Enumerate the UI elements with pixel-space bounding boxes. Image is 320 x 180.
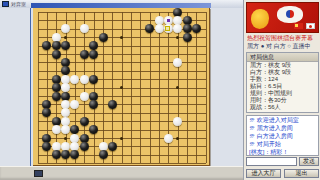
chat-message: ※ 白方进入房间 bbox=[247, 132, 318, 140]
game-info-row: 规则：中国规则 bbox=[247, 90, 318, 97]
chat-message: [棋友]：精彩！ bbox=[247, 148, 318, 156]
white-stone bbox=[61, 125, 70, 134]
game-info-row: 手数：124 bbox=[247, 76, 318, 83]
status-bar-icon[interactable] bbox=[34, 170, 43, 177]
black-stone bbox=[89, 125, 98, 134]
white-stone bbox=[173, 58, 182, 67]
black-stone bbox=[70, 150, 79, 159]
game-info-row: 用时：各30分 bbox=[247, 97, 318, 104]
game-info-row: 黑方：棋友 9段 bbox=[247, 62, 318, 69]
banner-logo-icon bbox=[286, 10, 294, 18]
grid-line-vertical bbox=[131, 12, 132, 163]
black-stone bbox=[52, 92, 61, 101]
send-button[interactable]: 发送 bbox=[299, 157, 319, 166]
white-stone bbox=[173, 24, 182, 33]
chat-area[interactable]: ※ 欢迎进入对局室※ 黑方进入房间※ 白方进入房间※ 对局开始[棋友]：精彩！ bbox=[246, 115, 319, 156]
black-stone bbox=[52, 41, 61, 50]
hoshi-point bbox=[120, 36, 123, 39]
black-stone bbox=[61, 150, 70, 159]
game-info-header: 对局信息 bbox=[247, 53, 318, 62]
hoshi-point bbox=[120, 86, 123, 89]
game-info-row: 贴目：6.5目 bbox=[247, 83, 318, 90]
white-stone bbox=[61, 24, 70, 33]
white-stone bbox=[52, 125, 61, 134]
chat-message: ※ 黑方进入房间 bbox=[247, 124, 318, 132]
white-stone bbox=[155, 24, 164, 33]
black-stone bbox=[52, 150, 61, 159]
black-stone bbox=[80, 50, 89, 59]
panel-buttons: 进入大厅退出 bbox=[246, 169, 319, 178]
black-stone bbox=[108, 142, 117, 151]
black-stone bbox=[80, 142, 89, 151]
hoshi-point bbox=[64, 137, 67, 140]
game-info-row: 观战：56人 bbox=[247, 104, 318, 111]
black-stone bbox=[70, 125, 79, 134]
notice-line-red: 热烈祝贺围棋擂台赛开幕 bbox=[247, 35, 318, 42]
black-stone bbox=[145, 24, 154, 33]
ad-banner[interactable] bbox=[246, 2, 319, 33]
panel-button[interactable]: 进入大厅 bbox=[246, 169, 281, 178]
chat-input[interactable] bbox=[246, 157, 297, 166]
grid-line-vertical bbox=[206, 12, 207, 163]
white-stone bbox=[70, 100, 79, 109]
grid-line-vertical bbox=[159, 12, 160, 163]
white-stone bbox=[61, 108, 70, 117]
black-stone bbox=[42, 41, 51, 50]
white-stone bbox=[164, 134, 173, 143]
grid-line-vertical bbox=[196, 12, 197, 163]
black-stone bbox=[52, 83, 61, 92]
black-stone bbox=[89, 41, 98, 50]
hoshi-point bbox=[176, 86, 179, 89]
hoshi-point bbox=[120, 137, 123, 140]
prev-move-marker bbox=[167, 19, 170, 22]
taskbar-label: 对弈室 bbox=[11, 1, 26, 7]
app-window: 对弈室 热烈祝贺围棋擂台赛开幕 黑方 ● 对 白方 ○ 直播中 对局信息 黑方：… bbox=[0, 0, 320, 180]
chat-message: ※ 对局开始 bbox=[247, 140, 318, 148]
white-stone bbox=[173, 117, 182, 126]
hoshi-point bbox=[64, 36, 67, 39]
white-stone bbox=[70, 75, 79, 84]
black-stone bbox=[192, 24, 201, 33]
black-stone bbox=[89, 100, 98, 109]
black-stone bbox=[52, 50, 61, 59]
black-stone bbox=[183, 24, 192, 33]
black-stone bbox=[61, 41, 70, 50]
black-stone bbox=[80, 117, 89, 126]
right-panel: 热烈祝贺围棋擂台赛开幕 黑方 ● 对 白方 ○ 直播中 对局信息 黑方：棋友 9… bbox=[243, 0, 320, 180]
flag-icon-red bbox=[294, 23, 303, 29]
white-stone bbox=[80, 24, 89, 33]
hoshi-point bbox=[176, 137, 179, 140]
players-line: 黑方 ● 对 白方 ○ 直播中 bbox=[247, 43, 318, 50]
white-stone bbox=[80, 75, 89, 84]
white-stone bbox=[80, 92, 89, 101]
grid-line-vertical bbox=[150, 12, 151, 163]
game-info-row: 白方：棋友 9段 bbox=[247, 69, 318, 76]
black-stone bbox=[183, 33, 192, 42]
black-stone bbox=[108, 100, 117, 109]
panel-button[interactable]: 退出 bbox=[284, 169, 319, 178]
black-stone bbox=[99, 33, 108, 42]
black-stone bbox=[89, 50, 98, 59]
grid-line-horizontal bbox=[38, 163, 206, 164]
app-icon[interactable] bbox=[2, 1, 9, 7]
left-side-panel bbox=[0, 8, 31, 166]
white-stone bbox=[61, 83, 70, 92]
black-stone bbox=[99, 150, 108, 159]
banner-cartoon-figure bbox=[251, 9, 269, 29]
grid-line-vertical bbox=[140, 12, 141, 163]
hoshi-point bbox=[176, 36, 179, 39]
black-stone bbox=[42, 108, 51, 117]
game-info-box: 对局信息 黑方：棋友 9段白方：棋友 9段手数：124贴目：6.5目规则：中国规… bbox=[246, 52, 319, 113]
black-stone bbox=[42, 142, 51, 151]
go-board[interactable] bbox=[33, 8, 210, 166]
chat-input-row: 发送 bbox=[246, 157, 319, 167]
flag-icon-white bbox=[306, 23, 315, 29]
chat-message: ※ 欢迎进入对局室 bbox=[247, 116, 318, 124]
black-stone bbox=[89, 75, 98, 84]
last-move-marker bbox=[165, 26, 170, 31]
black-stone bbox=[61, 66, 70, 75]
